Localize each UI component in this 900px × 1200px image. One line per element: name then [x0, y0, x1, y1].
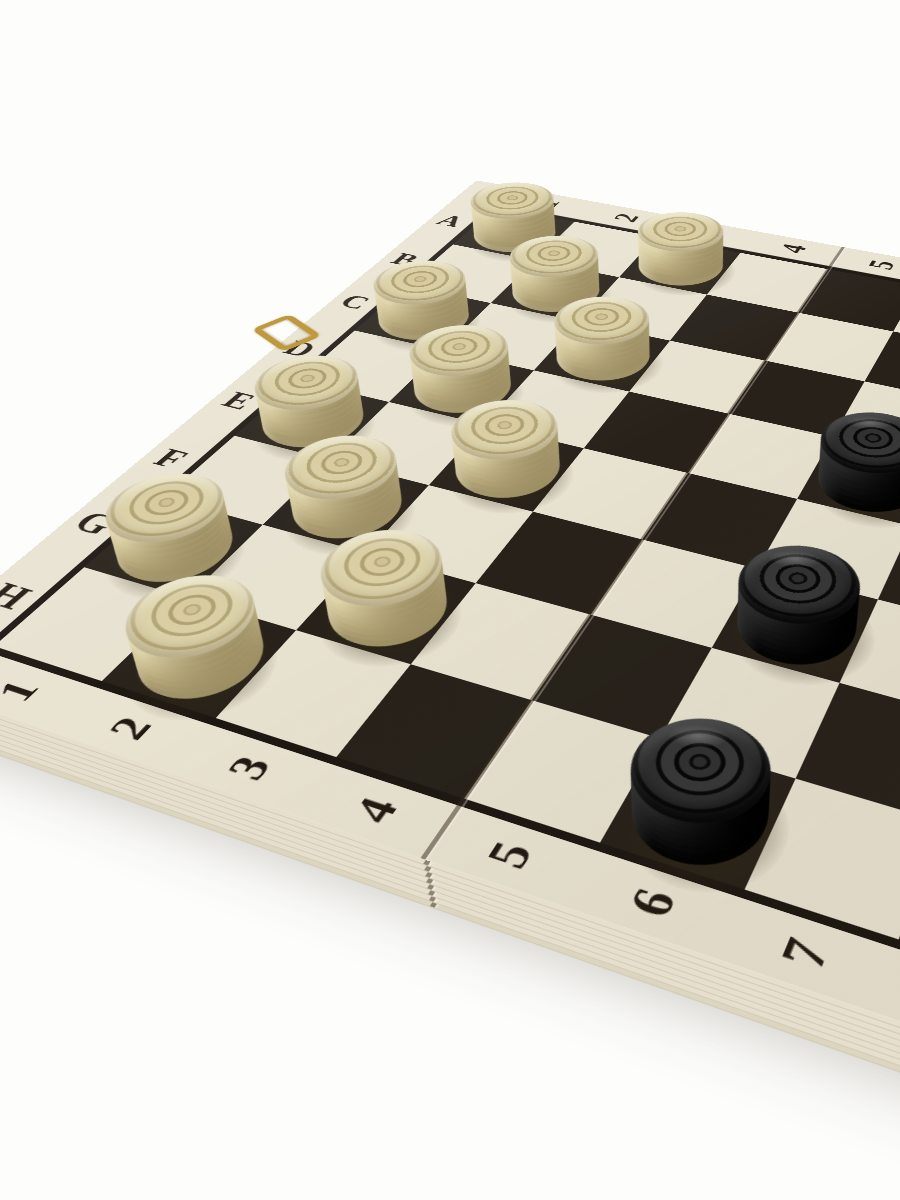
col-label-top-5: 5 [846, 241, 900, 290]
checkers-board: ABCDEFGH1122334455667788 [0, 180, 900, 1105]
checker-light[interactable] [625, 240, 735, 292]
checker-light[interactable] [436, 428, 576, 507]
checker-light[interactable] [541, 325, 664, 388]
checker-dark[interactable] [610, 745, 787, 882]
photo-canvas: ABCDEFGH1122334455667788 [0, 0, 900, 1200]
